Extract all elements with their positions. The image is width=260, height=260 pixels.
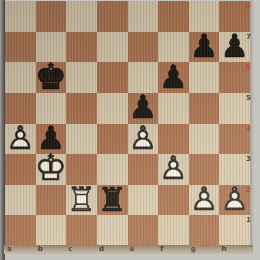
file-label-d: d <box>97 245 128 255</box>
square-e8[interactable] <box>128 1 159 32</box>
piece-white-pawn[interactable]: ♟♙ <box>5 124 36 155</box>
square-b6[interactable]: ♚ <box>36 62 67 93</box>
square-e3[interactable] <box>128 154 159 185</box>
square-a7[interactable] <box>5 32 36 63</box>
white-pawn-outline: ♙ <box>6 122 35 154</box>
black-pawn-glyph: ♟ <box>190 30 219 62</box>
white-king-outline: ♔ <box>35 151 67 187</box>
square-c7[interactable] <box>66 32 97 63</box>
square-f6[interactable]: ♟ <box>158 62 189 93</box>
square-a6[interactable] <box>5 62 36 93</box>
square-c6[interactable] <box>66 62 97 93</box>
square-d2[interactable]: ♜ <box>97 185 128 216</box>
square-f8[interactable] <box>158 1 189 32</box>
square-b3[interactable]: ♚♔ <box>36 154 67 185</box>
piece-black-rook[interactable]: ♜ <box>97 185 128 216</box>
rank-label-4: 4 <box>246 124 258 155</box>
rank-labels: 87654321 <box>246 1 258 246</box>
square-d8[interactable] <box>97 1 128 32</box>
square-b8[interactable] <box>36 1 67 32</box>
board-left-edge <box>0 0 5 260</box>
black-pawn-glyph: ♟ <box>159 61 188 93</box>
square-a4[interactable]: ♟♙ <box>5 124 36 155</box>
rank-label-3: 3 <box>246 154 258 185</box>
white-pawn-outline: ♙ <box>190 183 219 215</box>
file-label-g: g <box>189 245 220 255</box>
white-pawn-outline: ♙ <box>159 153 188 185</box>
square-f3[interactable]: ♟♙ <box>158 154 189 185</box>
white-pawn-outline: ♙ <box>220 183 249 215</box>
rank-label-1: 1 <box>246 215 258 246</box>
square-c2[interactable]: ♜♖ <box>66 185 97 216</box>
black-pawn-glyph: ♟ <box>220 30 249 62</box>
file-label-c: c <box>66 245 97 255</box>
piece-white-king[interactable]: ♚♔ <box>36 154 67 185</box>
white-pawn-outline: ♙ <box>128 122 157 154</box>
square-c4[interactable] <box>66 124 97 155</box>
piece-black-king[interactable]: ♚ <box>36 62 67 93</box>
rank-label-2: 2 <box>246 185 258 216</box>
piece-black-pawn[interactable]: ♟ <box>158 62 189 93</box>
square-g5[interactable] <box>189 93 220 124</box>
square-d1[interactable] <box>97 215 128 246</box>
square-f5[interactable] <box>158 93 189 124</box>
file-label-f: f <box>158 245 189 255</box>
square-c8[interactable] <box>66 1 97 32</box>
file-label-b: b <box>36 245 67 255</box>
file-labels: abcdefgh <box>5 245 250 255</box>
square-b2[interactable] <box>36 185 67 216</box>
rank-label-6: 6 <box>246 62 258 93</box>
square-e2[interactable] <box>128 185 159 216</box>
square-g2[interactable]: ♟♙ <box>189 185 220 216</box>
piece-white-pawn[interactable]: ♟♙ <box>128 124 159 155</box>
chess-board: ♟♟♚♟♟♟♙♟♟♙♚♔♟♙♜♖♜♟♙♟♙ <box>5 1 250 246</box>
square-f1[interactable] <box>158 215 189 246</box>
square-f2[interactable] <box>158 185 189 216</box>
black-rook-glyph: ♜ <box>97 183 127 216</box>
square-e7[interactable] <box>128 32 159 63</box>
square-g7[interactable]: ♟ <box>189 32 220 63</box>
square-e1[interactable] <box>128 215 159 246</box>
piece-white-pawn[interactable]: ♟♙ <box>189 185 220 216</box>
square-e4[interactable]: ♟♙ <box>128 124 159 155</box>
square-a3[interactable] <box>5 154 36 185</box>
rank-label-5: 5 <box>246 93 258 124</box>
file-label-e: e <box>128 245 159 255</box>
square-b1[interactable] <box>36 215 67 246</box>
square-g4[interactable] <box>189 124 220 155</box>
piece-white-rook[interactable]: ♜♖ <box>66 185 97 216</box>
rank-label-7: 7 <box>246 32 258 63</box>
piece-white-pawn[interactable]: ♟♙ <box>158 154 189 185</box>
rank-label-8: 8 <box>246 1 258 32</box>
square-d7[interactable] <box>97 32 128 63</box>
chess-board-photo: ♟♟♚♟♟♟♙♟♟♙♚♔♟♙♜♖♜♟♙♟♙ 87654321 abcdefgh <box>0 0 260 260</box>
square-a1[interactable] <box>5 215 36 246</box>
square-g1[interactable] <box>189 215 220 246</box>
piece-black-pawn[interactable]: ♟ <box>189 32 220 63</box>
square-a8[interactable] <box>5 1 36 32</box>
square-d4[interactable] <box>97 124 128 155</box>
white-rook-outline: ♖ <box>67 183 97 216</box>
square-g6[interactable] <box>189 62 220 93</box>
black-king-glyph: ♚ <box>35 59 67 95</box>
square-d5[interactable] <box>97 93 128 124</box>
file-label-a: a <box>5 245 36 255</box>
square-d6[interactable] <box>97 62 128 93</box>
square-c1[interactable] <box>66 215 97 246</box>
file-label-h: h <box>219 245 250 255</box>
square-c5[interactable] <box>66 93 97 124</box>
square-a2[interactable] <box>5 185 36 216</box>
